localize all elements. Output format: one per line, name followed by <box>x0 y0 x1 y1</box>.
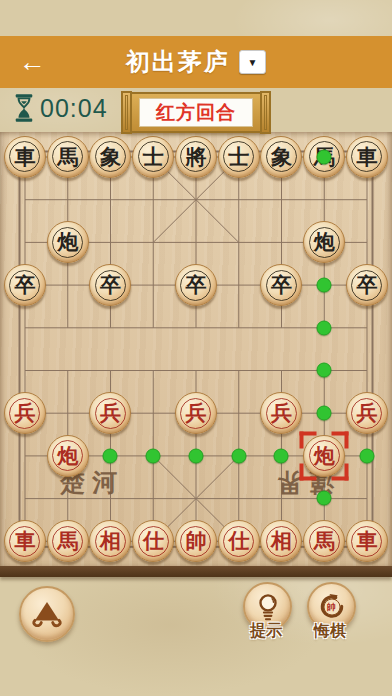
undo-label: 悔棋 <box>300 621 360 642</box>
selection-corner <box>300 431 317 448</box>
piece-black-horse[interactable]: 馬 <box>47 136 89 178</box>
board-point[interactable] <box>175 221 218 264</box>
board-point[interactable] <box>132 306 175 349</box>
board-point[interactable] <box>46 306 89 349</box>
piece-black-cannon[interactable]: 炮 <box>47 221 89 263</box>
piece-character: 卒 <box>185 274 206 295</box>
board-point[interactable]: 卒 <box>89 264 132 307</box>
board-point[interactable] <box>217 392 260 435</box>
piece-layer: 車馬象士將士象馬車炮炮卒卒卒卒卒兵兵兵兵兵炮炮車馬相仕帥仕相馬車 <box>4 136 389 563</box>
board-point[interactable]: 將 <box>175 136 218 179</box>
piece-ring: 兵 <box>266 398 297 429</box>
board-point[interactable]: 兵 <box>4 392 47 435</box>
piece-ring: 車 <box>351 526 382 557</box>
piece-character: 帥 <box>185 530 206 551</box>
board-point[interactable] <box>132 392 175 435</box>
board-point[interactable]: 兵 <box>175 392 218 435</box>
piece-ring: 象 <box>95 141 126 172</box>
page-title: 初出茅庐 <box>126 46 230 78</box>
piece-black-chariot[interactable]: 車 <box>4 136 46 178</box>
board-point[interactable]: 帥 <box>175 520 218 563</box>
piece-character: 兵 <box>356 402 377 423</box>
piece-character: 相 <box>271 530 292 551</box>
board-point[interactable]: 仕 <box>217 520 260 563</box>
board-point[interactable] <box>260 221 303 264</box>
piece-red-chariot[interactable]: 車 <box>4 520 46 562</box>
piece-character: 馬 <box>57 530 78 551</box>
piece-character: 仕 <box>143 530 164 551</box>
piece-character: 將 <box>185 146 206 167</box>
board-point[interactable]: 車 <box>346 136 389 179</box>
board-point[interactable]: 仕 <box>132 520 175 563</box>
piece-ring: 相 <box>95 526 126 557</box>
board-point[interactable]: 車 <box>346 520 389 563</box>
piece-red-horse[interactable]: 馬 <box>47 520 89 562</box>
piece-character: 卒 <box>271 274 292 295</box>
board-point[interactable] <box>175 349 218 392</box>
piece-ring: 炮 <box>52 440 83 471</box>
turn-banner-text: 红方回合 <box>156 100 236 126</box>
piece-ring: 車 <box>351 141 382 172</box>
board-point[interactable] <box>303 477 346 520</box>
piece-black-soldier[interactable]: 卒 <box>175 264 217 306</box>
move-dot[interactable] <box>103 448 118 463</box>
capture-dot[interactable] <box>317 149 332 164</box>
chevron-down-icon: ▼ <box>248 57 258 68</box>
piece-red-advisor[interactable]: 仕 <box>218 520 260 562</box>
board-point[interactable] <box>346 434 389 477</box>
board-point[interactable] <box>260 434 303 477</box>
board-point[interactable]: 象 <box>260 136 303 179</box>
board-point[interactable] <box>303 264 346 307</box>
title-bar: ← 初出茅庐 ▼ <box>0 36 392 88</box>
board-point[interactable] <box>260 178 303 221</box>
piece-character: 炮 <box>57 445 78 466</box>
board-point[interactable] <box>346 221 389 264</box>
move-dot[interactable] <box>231 448 246 463</box>
piece-character: 炮 <box>57 231 78 252</box>
turn-banner-panel: 红方回合 <box>139 98 253 127</box>
board-point[interactable]: 象 <box>89 136 132 179</box>
piece-red-soldier[interactable]: 兵 <box>175 392 217 434</box>
piece-black-advisor[interactable]: 士 <box>218 136 260 178</box>
board-point[interactable] <box>46 477 89 520</box>
board-point[interactable] <box>346 178 389 221</box>
piece-character: 象 <box>100 146 121 167</box>
board-point[interactable] <box>260 306 303 349</box>
piece-ring: 帥 <box>180 526 211 557</box>
piece-ring: 車 <box>9 141 40 172</box>
move-dot[interactable] <box>146 448 161 463</box>
piece-black-cannon[interactable]: 炮 <box>303 221 345 263</box>
piece-character: 卒 <box>356 274 377 295</box>
piece-red-advisor[interactable]: 仕 <box>132 520 174 562</box>
back-button[interactable]: ← <box>12 36 52 88</box>
piece-character: 車 <box>356 146 377 167</box>
board-point[interactable]: 炮 <box>46 221 89 264</box>
board-point[interactable] <box>46 349 89 392</box>
app-screen: ← 初出茅庐 ▼ 00:04 红方回合 楚河 漢界 車馬象士將士象馬車炮炮卒卒卒… <box>0 0 392 696</box>
selection-corner <box>300 463 317 480</box>
hourglass-icon <box>13 93 35 123</box>
piece-black-elephant[interactable]: 象 <box>89 136 131 178</box>
board-point[interactable] <box>89 349 132 392</box>
piece-character: 車 <box>14 146 35 167</box>
piece-black-advisor[interactable]: 士 <box>132 136 174 178</box>
board-point[interactable] <box>4 221 47 264</box>
board-point[interactable]: 炮 <box>303 221 346 264</box>
menu-button[interactable] <box>19 586 75 642</box>
board-point[interactable] <box>89 306 132 349</box>
piece-red-soldier[interactable]: 兵 <box>346 392 388 434</box>
board-point[interactable] <box>132 349 175 392</box>
board-point[interactable]: 士 <box>132 136 175 179</box>
piece-ring: 卒 <box>351 270 382 301</box>
piece-character: 象 <box>271 146 292 167</box>
piece-ring: 卒 <box>95 270 126 301</box>
move-dot[interactable] <box>317 320 332 335</box>
piece-character: 仕 <box>228 530 249 551</box>
timer: 00:04 <box>13 93 108 123</box>
piece-character: 馬 <box>314 530 335 551</box>
piece-red-chariot[interactable]: 車 <box>346 520 388 562</box>
timer-value: 00:04 <box>40 94 108 123</box>
move-dot[interactable] <box>317 278 332 293</box>
selection-corner <box>332 431 349 448</box>
move-dot[interactable] <box>188 448 203 463</box>
board-point[interactable] <box>217 477 260 520</box>
board-point[interactable]: 馬 <box>303 520 346 563</box>
piece-ring: 卒 <box>266 270 297 301</box>
piece-ring: 兵 <box>351 398 382 429</box>
board-front-edge <box>0 566 392 577</box>
board-point[interactable]: 馬 <box>46 136 89 179</box>
piece-ring: 士 <box>223 141 254 172</box>
piece-character: 士 <box>143 146 164 167</box>
piece-character: 卒 <box>14 274 35 295</box>
board-point[interactable] <box>217 178 260 221</box>
piece-red-soldier[interactable]: 兵 <box>260 392 302 434</box>
piece-character: 士 <box>228 146 249 167</box>
piece-red-soldier[interactable]: 兵 <box>4 392 46 434</box>
xiangqi-board[interactable]: 楚河 漢界 車馬象士將士象馬車炮炮卒卒卒卒卒兵兵兵兵兵炮炮車馬相仕帥仕相馬車 <box>0 132 392 566</box>
board-point[interactable] <box>175 306 218 349</box>
piece-character: 兵 <box>185 402 206 423</box>
piece-character: 車 <box>14 530 35 551</box>
piece-ring: 兵 <box>180 398 211 429</box>
board-point[interactable]: 士 <box>217 136 260 179</box>
board-point[interactable] <box>132 477 175 520</box>
piece-black-general[interactable]: 將 <box>175 136 217 178</box>
board-point[interactable] <box>175 178 218 221</box>
board-point[interactable]: 卒 <box>175 264 218 307</box>
board-point[interactable]: 卒 <box>260 264 303 307</box>
board-point[interactable] <box>175 477 218 520</box>
board-point[interactable] <box>260 477 303 520</box>
board-point[interactable] <box>217 306 260 349</box>
piece-red-soldier[interactable]: 兵 <box>89 392 131 434</box>
piece-ring: 將 <box>180 141 211 172</box>
board-point[interactable] <box>4 477 47 520</box>
piece-character: 馬 <box>57 146 78 167</box>
level-dropdown-button[interactable]: ▼ <box>239 50 266 74</box>
board-point[interactable]: 炮 <box>303 434 346 477</box>
board-point[interactable] <box>89 178 132 221</box>
board-point[interactable] <box>4 178 47 221</box>
piece-red-general[interactable]: 帥 <box>175 520 217 562</box>
move-dot[interactable] <box>317 491 332 506</box>
piece-red-horse[interactable]: 馬 <box>303 520 345 562</box>
piece-character: 炮 <box>314 231 335 252</box>
board-point[interactable]: 炮 <box>46 434 89 477</box>
piece-character: 兵 <box>100 402 121 423</box>
board-point[interactable] <box>89 434 132 477</box>
board-point[interactable]: 兵 <box>260 392 303 435</box>
selection-marker <box>300 431 349 480</box>
piece-ring: 兵 <box>9 398 40 429</box>
board-point[interactable]: 兵 <box>346 392 389 435</box>
board-point[interactable]: 相 <box>260 520 303 563</box>
piece-ring: 卒 <box>9 270 40 301</box>
piece-black-elephant[interactable]: 象 <box>260 136 302 178</box>
board-point[interactable] <box>132 434 175 477</box>
selection-corner <box>332 463 349 480</box>
piece-red-elephant[interactable]: 相 <box>260 520 302 562</box>
board-point[interactable] <box>175 434 218 477</box>
board-point[interactable] <box>46 264 89 307</box>
move-dot[interactable] <box>317 363 332 378</box>
piece-character: 相 <box>100 530 121 551</box>
board-point[interactable] <box>217 221 260 264</box>
board-point[interactable] <box>217 434 260 477</box>
piece-black-soldier[interactable]: 卒 <box>346 264 388 306</box>
banner-ornament-right <box>260 91 271 134</box>
piece-character: 車 <box>356 530 377 551</box>
piece-ring: 車 <box>9 526 40 557</box>
piece-black-soldier[interactable]: 卒 <box>89 264 131 306</box>
piece-ring: 士 <box>138 141 169 172</box>
board-point[interactable] <box>46 392 89 435</box>
piece-red-elephant[interactable]: 相 <box>89 520 131 562</box>
board-point[interactable] <box>89 221 132 264</box>
board-point[interactable] <box>217 349 260 392</box>
board-point[interactable] <box>303 392 346 435</box>
piece-character: 兵 <box>14 402 35 423</box>
board-point[interactable]: 馬 <box>46 520 89 563</box>
piece-ring: 馬 <box>52 141 83 172</box>
board-point[interactable] <box>4 434 47 477</box>
back-arrow-icon: ← <box>19 47 46 78</box>
piece-black-chariot[interactable]: 車 <box>346 136 388 178</box>
piece-ring: 兵 <box>95 398 126 429</box>
lightbulb-icon <box>254 592 282 622</box>
board-point[interactable]: 卒 <box>4 264 47 307</box>
piece-ring: 象 <box>266 141 297 172</box>
move-dot[interactable] <box>317 406 332 421</box>
board-point[interactable]: 兵 <box>89 392 132 435</box>
board-point[interactable] <box>346 349 389 392</box>
move-dot[interactable] <box>274 448 289 463</box>
board-point[interactable] <box>132 178 175 221</box>
board-point[interactable] <box>303 349 346 392</box>
piece-ring: 馬 <box>309 526 340 557</box>
piece-ring: 仕 <box>223 526 254 557</box>
mountain-icon <box>30 599 64 629</box>
board-point[interactable] <box>132 264 175 307</box>
board-point[interactable]: 相 <box>89 520 132 563</box>
piece-black-soldier[interactable]: 卒 <box>260 264 302 306</box>
piece-ring: 馬 <box>52 526 83 557</box>
move-dot[interactable] <box>359 448 374 463</box>
board-point[interactable] <box>46 178 89 221</box>
piece-ring: 仕 <box>138 526 169 557</box>
hint-label: 提示 <box>236 621 296 642</box>
piece-black-soldier[interactable]: 卒 <box>4 264 46 306</box>
board-point[interactable] <box>303 178 346 221</box>
board-point[interactable] <box>260 349 303 392</box>
piece-ring: 炮 <box>309 227 340 258</box>
board-point[interactable]: 車 <box>4 136 47 179</box>
board-point[interactable]: 馬 <box>303 136 346 179</box>
board-point[interactable] <box>4 349 47 392</box>
board-point[interactable] <box>346 306 389 349</box>
board-point[interactable] <box>217 264 260 307</box>
board-point[interactable]: 車 <box>4 520 47 563</box>
piece-character: 兵 <box>271 402 292 423</box>
piece-ring: 相 <box>266 526 297 557</box>
board-point[interactable] <box>132 221 175 264</box>
piece-character: 卒 <box>100 274 121 295</box>
board-point[interactable]: 卒 <box>346 264 389 307</box>
turn-banner: 红方回合 <box>126 92 266 133</box>
piece-red-cannon[interactable]: 炮 <box>47 435 89 477</box>
undo-piece-glyph: 帥 <box>323 598 340 615</box>
board-point[interactable] <box>303 306 346 349</box>
piece-ring: 卒 <box>180 270 211 301</box>
piece-ring: 炮 <box>52 227 83 258</box>
board-point[interactable] <box>89 477 132 520</box>
board-point[interactable] <box>346 477 389 520</box>
board-point[interactable] <box>4 306 47 349</box>
banner-ornament-left <box>121 91 132 134</box>
